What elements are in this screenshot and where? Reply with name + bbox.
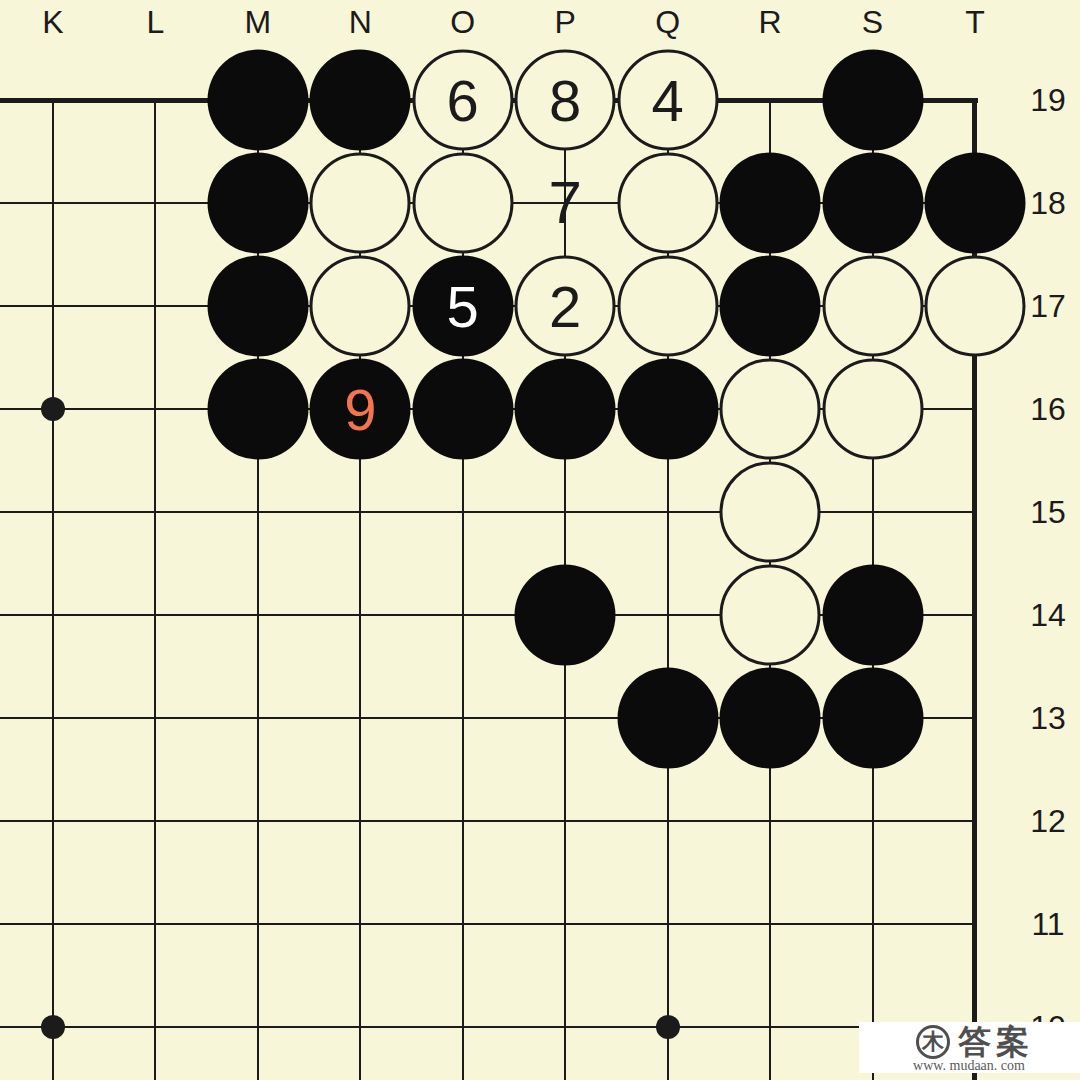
stone-black-M17[interactable]	[207, 256, 308, 357]
row-label-13: 13	[1030, 700, 1066, 737]
stone-white-Q19[interactable]: 4	[617, 50, 718, 151]
stone-black-N19[interactable]	[310, 50, 411, 151]
row-label-16: 16	[1030, 391, 1066, 428]
row-label-17: 17	[1030, 288, 1066, 325]
stone-black-P14[interactable]	[515, 565, 616, 666]
stone-white-S17[interactable]	[822, 256, 923, 357]
stone-white-S16[interactable]	[822, 359, 923, 460]
stone-black-R13[interactable]	[720, 668, 821, 769]
watermark-logo-icon: 木	[916, 1025, 950, 1059]
col-label-N: N	[349, 4, 372, 41]
move-number-7-empty-point-P18: 7	[549, 173, 582, 233]
stone-white-P17[interactable]: 2	[515, 256, 616, 357]
grid-line-col-L	[154, 98, 156, 1080]
move-number-5: 5	[447, 277, 479, 335]
grid-line-row-15	[0, 511, 977, 513]
stone-black-S14[interactable]	[822, 565, 923, 666]
go-board[interactable]: KLMNOPQRST 19181716151413121110 5968427 …	[0, 0, 1080, 1080]
move-number-2: 2	[549, 277, 581, 335]
stone-white-R16[interactable]	[720, 359, 821, 460]
stone-white-T17[interactable]	[924, 256, 1025, 357]
stone-black-M19[interactable]	[207, 50, 308, 151]
grid-line-row-10	[0, 1026, 977, 1028]
row-label-12: 12	[1030, 803, 1066, 840]
watermark: 木 答案 www. mudaan. com	[859, 1022, 1080, 1073]
stone-white-R14[interactable]	[720, 565, 821, 666]
stone-black-R17[interactable]	[720, 256, 821, 357]
move-number-6: 6	[447, 71, 479, 129]
col-label-R: R	[759, 4, 782, 41]
row-label-15: 15	[1030, 494, 1066, 531]
grid-line-col-K	[52, 98, 54, 1080]
move-number-4: 4	[651, 71, 683, 129]
grid-line-row-12	[0, 820, 977, 822]
watermark-brand: 答案	[958, 1025, 1034, 1058]
stone-black-S18[interactable]	[822, 153, 923, 254]
row-label-11: 11	[1031, 906, 1064, 943]
stone-black-M16[interactable]	[207, 359, 308, 460]
stone-black-Q16[interactable]	[617, 359, 718, 460]
stone-white-P19[interactable]: 8	[515, 50, 616, 151]
stone-white-Q18[interactable]	[617, 153, 718, 254]
stone-black-S19[interactable]	[822, 50, 923, 151]
stone-black-M18[interactable]	[207, 153, 308, 254]
watermark-url: www. mudaan. com	[909, 1058, 1029, 1074]
stone-black-O16[interactable]	[412, 359, 513, 460]
stone-white-O18[interactable]	[412, 153, 513, 254]
move-number-8: 8	[549, 71, 581, 129]
stone-black-S13[interactable]	[822, 668, 923, 769]
col-label-L: L	[147, 4, 165, 41]
stone-black-T18[interactable]	[924, 153, 1025, 254]
row-label-18: 18	[1030, 185, 1066, 222]
stone-black-Q13[interactable]	[617, 668, 718, 769]
stone-white-O19[interactable]: 6	[412, 50, 513, 151]
stone-white-Q17[interactable]	[617, 256, 718, 357]
grid-line-row-11	[0, 923, 977, 925]
star-point-K16	[41, 397, 65, 421]
row-label-19: 19	[1030, 82, 1066, 119]
stone-black-O17[interactable]: 5	[412, 256, 513, 357]
col-label-P: P	[555, 4, 576, 41]
star-point-K10	[41, 1015, 65, 1039]
stone-white-N17[interactable]	[310, 256, 411, 357]
stone-white-N18[interactable]	[310, 153, 411, 254]
col-label-K: K	[42, 4, 63, 41]
col-label-T: T	[965, 4, 985, 41]
col-label-Q: Q	[655, 4, 680, 41]
col-label-O: O	[450, 4, 475, 41]
move-number-9: 9	[344, 380, 376, 438]
stone-black-P16[interactable]	[515, 359, 616, 460]
col-label-S: S	[862, 4, 883, 41]
col-label-M: M	[245, 4, 272, 41]
stone-black-R18[interactable]	[720, 153, 821, 254]
stone-white-R15[interactable]	[720, 462, 821, 563]
row-label-14: 14	[1030, 597, 1066, 634]
stone-black-N16[interactable]: 9	[310, 359, 411, 460]
star-point-Q10	[656, 1015, 680, 1039]
